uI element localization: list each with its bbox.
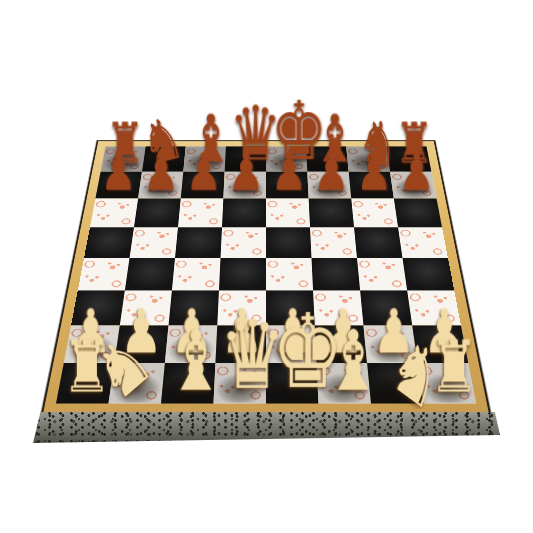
square-g6 [351,199,398,228]
square-f4 [311,258,360,291]
square-f1: ♝ [317,363,371,404]
square-c7: ♟ [181,172,225,199]
square-b6 [134,199,181,228]
square-a4 [78,258,130,291]
square-a5 [84,227,134,258]
board-stone-edge [33,412,500,443]
square-b5 [130,227,178,258]
white-queen-d1: ♛ [219,308,260,403]
white-bishop-f1: ♝ [324,320,365,403]
chessboard: ♜♞♝♛♚♝♞♜♟♟♟♟♟♟♟♟♟♟♟♟♟♟♟♟♜♞♝♛♚♝♞♜ [41,140,491,414]
square-c1: ♝ [161,363,215,404]
black-pawn-g7: ♟ [356,147,389,198]
square-d1: ♛ [214,363,266,404]
square-h4 [402,258,454,291]
black-pawn-e7: ♟ [271,147,304,198]
square-a7: ♟ [95,172,142,199]
square-e7: ♟ [266,172,309,199]
black-pawn-f7: ♟ [313,147,346,198]
square-b7: ♟ [138,172,183,199]
chess-set-photo: ♜♞♝♛♚♝♞♜♟♟♟♟♟♟♟♟♟♟♟♟♟♟♟♟♜♞♝♛♚♝♞♜ [0,0,533,533]
white-king-e1: ♚ [272,300,313,403]
square-h6 [394,199,442,228]
square-e4 [266,258,313,291]
black-pawn-b7: ♟ [143,147,176,198]
white-rook-h1: ♜ [429,331,470,402]
square-h7: ♟ [390,172,437,199]
black-pawn-c7: ♟ [185,147,218,198]
board-grid: ♜♞♝♛♚♝♞♜♟♟♟♟♟♟♟♟♟♟♟♟♟♟♟♟♜♞♝♛♚♝♞♜ [56,146,476,403]
black-pawn-h7: ♟ [399,147,432,198]
square-d7: ♟ [223,172,266,199]
square-d6 [222,199,266,228]
square-g5 [354,227,402,258]
square-b4 [125,258,175,291]
square-c5 [175,227,222,258]
black-pawn-d7: ♟ [228,147,261,198]
chessboard-perspective: ♜♞♝♛♚♝♞♜♟♟♟♟♟♟♟♟♟♟♟♟♟♟♟♟♜♞♝♛♚♝♞♜ [41,140,491,414]
square-f7: ♟ [307,172,351,199]
square-g7: ♟ [349,172,394,199]
square-e1: ♚ [266,363,318,404]
square-f6 [309,199,354,228]
square-e5 [266,227,311,258]
square-d4 [219,258,266,291]
white-bishop-c1: ♝ [167,320,208,403]
square-e6 [266,199,310,228]
square-d5 [221,227,266,258]
square-b1: ♞ [109,363,165,404]
square-c6 [178,199,223,228]
square-c4 [172,258,221,291]
square-f5 [310,227,357,258]
square-a6 [90,199,138,228]
square-g4 [357,258,407,291]
square-h5 [398,227,448,258]
black-pawn-a7: ♟ [100,147,133,198]
